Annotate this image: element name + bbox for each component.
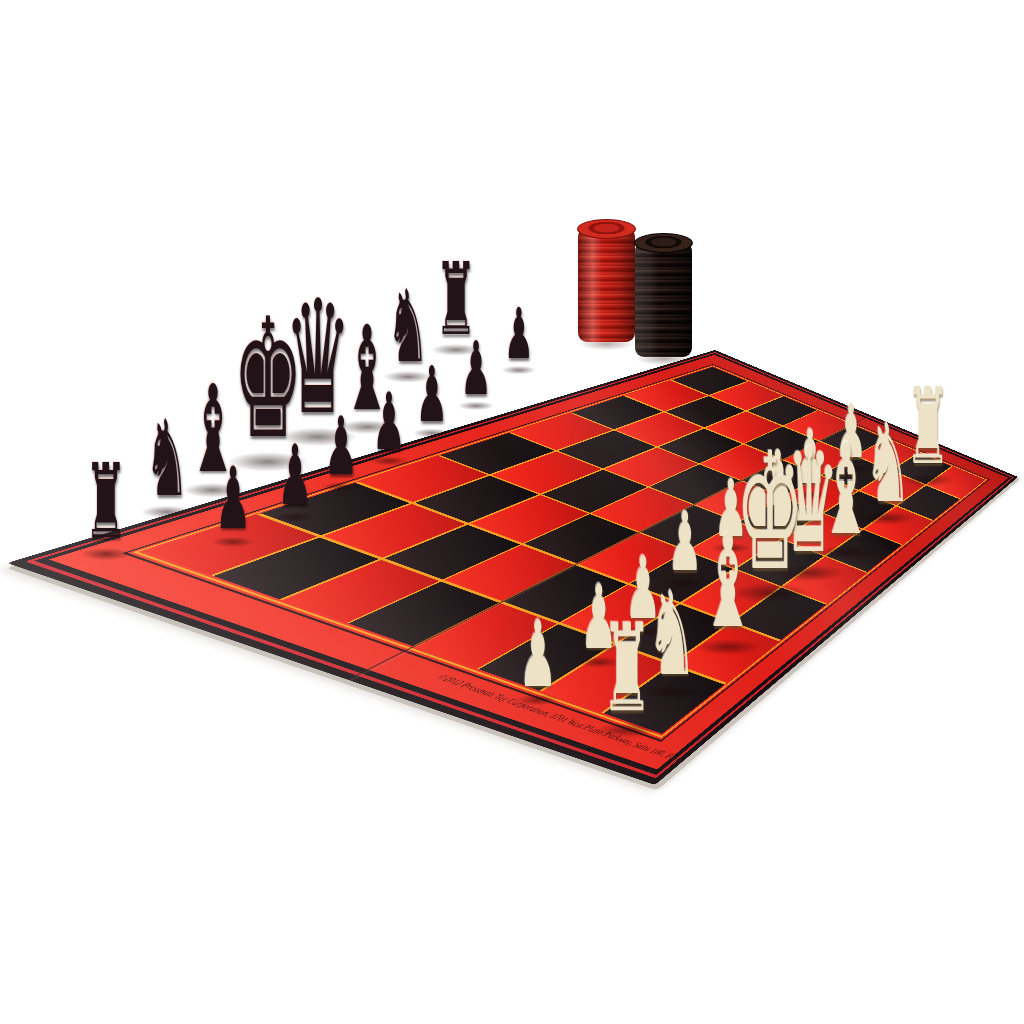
red-checker-top-face bbox=[577, 219, 636, 239]
piece-glyph: ♞ bbox=[387, 277, 430, 377]
piece-shadow bbox=[497, 365, 541, 376]
piece-glyph: ♜ bbox=[435, 250, 478, 350]
red-checkers-stack[interactable] bbox=[578, 228, 635, 342]
black-checkers-stack[interactable] bbox=[635, 242, 692, 357]
piece-glyph: ♟ bbox=[460, 332, 492, 406]
piece-shadow bbox=[424, 342, 487, 357]
piece-shadow bbox=[453, 400, 500, 411]
piece-shadow bbox=[216, 449, 320, 474]
piece-glyph: ♚ bbox=[233, 297, 304, 462]
piece-glyph: ♞ bbox=[144, 407, 189, 512]
piece-shadow bbox=[330, 418, 404, 436]
piece-shadow bbox=[268, 425, 367, 449]
checkerboard-3d-wrapper: ©2012 Pressman Toy Corporation, 3701 Wes… bbox=[7, 350, 1018, 785]
piece-glyph: ♛ bbox=[284, 280, 351, 437]
piece-shadow bbox=[376, 369, 439, 384]
piece-glyph: ♝ bbox=[187, 369, 239, 490]
checkerboard: ©2012 Pressman Toy Corporation, 3701 Wes… bbox=[7, 350, 1018, 785]
piece-glyph: ♝ bbox=[342, 310, 392, 427]
piece-glyph: ♟ bbox=[416, 356, 449, 433]
black-checker-top-face bbox=[634, 233, 693, 253]
product-photo-scene: ©2012 Pressman Toy Corporation, 3701 Wes… bbox=[0, 0, 1024, 1024]
piece-glyph: ♟ bbox=[504, 300, 534, 370]
